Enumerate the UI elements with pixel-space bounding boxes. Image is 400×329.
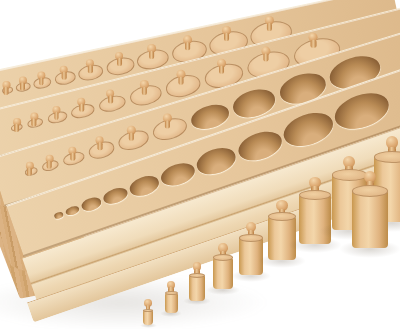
cylinder-knob (60, 66, 68, 80)
cylinder-in-socket-1[interactable] (24, 166, 39, 177)
empty-socket-3[interactable] (80, 196, 102, 213)
cylinder-knob (19, 77, 27, 91)
cylinder-top-cap (143, 309, 153, 312)
empty-socket-8[interactable] (234, 126, 286, 166)
knob-neck (32, 118, 37, 126)
cylinder-top (11, 123, 24, 133)
empty-socket-hole (330, 86, 394, 135)
cylinder-in-socket-6[interactable] (128, 83, 163, 108)
knob-neck (79, 104, 84, 112)
cylinder-knob (45, 155, 53, 169)
knob-neck (263, 53, 269, 61)
cylinder-top (27, 117, 45, 130)
cylinder-knob (309, 33, 318, 48)
cylinder-body (165, 293, 178, 313)
cylinder-in-socket-4[interactable] (70, 102, 96, 121)
empty-socket-hole (64, 204, 80, 216)
empty-socket-7[interactable] (194, 143, 240, 178)
cylinder-in-socket-5[interactable] (117, 127, 151, 153)
cylinder-top (33, 76, 53, 90)
cylinder-knob (13, 118, 21, 132)
knob-neck (224, 33, 230, 41)
cylinder-top (53, 70, 76, 87)
knob-neck (39, 78, 44, 86)
cylinder-top-cap (213, 254, 233, 260)
knob-neck (54, 112, 59, 120)
empty-socket-6[interactable] (158, 159, 198, 190)
cylinder-in-socket-4[interactable] (87, 139, 116, 161)
knob-neck (47, 161, 52, 169)
cylinder-top-cap (352, 185, 388, 197)
removed-cylinder-4[interactable] (213, 243, 233, 289)
cylinder-knob (217, 59, 226, 74)
cylinder-top-cap (299, 190, 331, 200)
knob-neck (311, 40, 317, 48)
cylinder-knob (31, 112, 39, 126)
cylinder-body (143, 310, 153, 325)
knob-neck (14, 124, 19, 132)
cylinder-body (213, 258, 233, 289)
removed-cylinder-6[interactable] (268, 200, 296, 260)
knob-neck (149, 51, 154, 59)
empty-socket-9[interactable] (280, 107, 338, 151)
knob-neck (116, 58, 121, 66)
cylinder-top (117, 127, 151, 153)
empty-socket-hole (280, 107, 338, 151)
knob-neck (20, 82, 25, 90)
empty-socket-hole (158, 159, 198, 190)
cylinder-top (70, 102, 96, 121)
cylinder-body (268, 217, 296, 260)
cylinder-knob (140, 80, 149, 95)
knob-neck (97, 143, 102, 151)
cylinder-top-cap (268, 212, 296, 221)
cylinder-top (77, 63, 104, 82)
cylinder-in-socket-2[interactable] (41, 158, 61, 173)
removed-cylinder-3[interactable] (189, 262, 205, 301)
cylinder-knob (163, 113, 172, 128)
cylinder-knob (176, 70, 185, 85)
cylinder-knob (147, 44, 156, 59)
cylinder-in-socket-5[interactable] (97, 93, 128, 115)
cylinder-in-socket-3[interactable] (33, 76, 53, 90)
cylinder-top (87, 139, 116, 161)
cylinder-top-cap (374, 151, 400, 163)
cylinder-top (24, 166, 39, 177)
cylinder-top-cap (239, 234, 263, 242)
knob-neck (185, 42, 190, 50)
cylinder-body (239, 238, 263, 275)
cylinder-knob (265, 16, 274, 31)
empty-socket-hole (194, 143, 240, 178)
knob-neck (218, 65, 224, 73)
cylinder-knob (115, 52, 123, 66)
cylinder-top (150, 115, 189, 144)
knob-neck (141, 87, 146, 95)
knob-neck (129, 132, 134, 140)
knob-neck (108, 96, 113, 104)
cylinder-in-socket-2[interactable] (27, 117, 45, 130)
empty-socket-hole (101, 185, 129, 207)
cylinder-knob (3, 81, 11, 95)
cylinder-knob (77, 98, 85, 112)
cylinder-top (15, 81, 31, 92)
removed-cylinder-2[interactable] (165, 281, 178, 313)
cylinder-knob (38, 72, 46, 86)
empty-socket-2[interactable] (64, 204, 80, 216)
cylinder-in-socket-4[interactable] (53, 70, 76, 87)
product-photo-scene (0, 0, 400, 329)
cylinder-body (189, 275, 205, 301)
cylinder-in-socket-6[interactable] (150, 115, 189, 144)
cylinder-knob (127, 126, 136, 141)
cylinder-in-socket-2[interactable] (15, 81, 31, 92)
cylinder-top (97, 93, 128, 115)
empty-socket-1[interactable] (53, 212, 63, 220)
cylinder-in-socket-3[interactable] (46, 109, 68, 125)
empty-socket-10[interactable] (330, 86, 394, 135)
cylinder-in-socket-3[interactable] (62, 149, 86, 167)
knob-neck (178, 77, 183, 85)
empty-socket-hole (53, 212, 63, 220)
cylinder-knob (261, 46, 270, 61)
cylinder-top (41, 158, 61, 173)
knob-neck (28, 168, 33, 176)
empty-socket-hole (234, 126, 286, 166)
cylinder-top (1, 86, 13, 95)
cylinder-knob (107, 90, 115, 104)
knob-neck (266, 23, 272, 31)
knob-neck (61, 72, 66, 80)
removed-cylinder-10[interactable] (352, 171, 388, 248)
cylinder-knob (222, 26, 231, 41)
empty-socket-hole (127, 173, 161, 199)
empty-socket-hole (80, 196, 102, 213)
cylinder-knob (26, 162, 34, 176)
cylinder-top (128, 83, 163, 108)
knob-neck (87, 66, 92, 74)
knob-neck (70, 152, 75, 160)
cylinder-knob (86, 59, 94, 73)
cylinder-in-socket-5[interactable] (77, 63, 104, 82)
cylinder-in-socket-1[interactable] (11, 123, 24, 133)
cylinder-knob (183, 35, 192, 50)
cylinder-in-socket-1[interactable] (1, 86, 13, 95)
knob-neck (4, 87, 9, 95)
cylinder-top (62, 149, 86, 167)
cylinder-knob (68, 146, 76, 160)
cylinder-knob (52, 106, 60, 120)
cylinder-body (352, 191, 388, 248)
empty-socket-4[interactable] (101, 185, 129, 207)
removed-cylinder-1[interactable] (143, 299, 153, 325)
cylinder-top-cap (189, 273, 205, 278)
cylinder-knob (96, 137, 104, 151)
cylinder-top (46, 109, 68, 125)
empty-socket-5[interactable] (127, 173, 161, 199)
knob-neck (164, 120, 169, 128)
cylinder-top-cap (165, 291, 178, 295)
removed-cylinder-5[interactable] (239, 222, 263, 275)
